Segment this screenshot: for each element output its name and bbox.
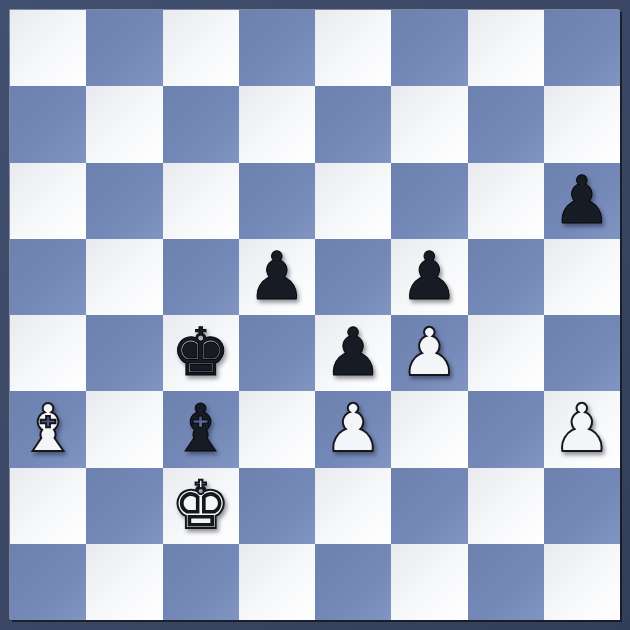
square-b6[interactable] — [86, 163, 162, 239]
white-bishop[interactable]: ♝ — [19, 391, 78, 467]
square-a7[interactable] — [10, 86, 86, 162]
square-c5[interactable] — [163, 239, 239, 315]
square-e5[interactable] — [315, 239, 391, 315]
square-a4[interactable] — [10, 315, 86, 391]
square-f3[interactable] — [391, 391, 467, 467]
square-g2[interactable] — [468, 468, 544, 544]
square-d6[interactable] — [239, 163, 315, 239]
square-e3[interactable]: ♟ — [315, 391, 391, 467]
square-f1[interactable] — [391, 544, 467, 620]
square-g3[interactable] — [468, 391, 544, 467]
square-h5[interactable] — [544, 239, 620, 315]
square-d5[interactable]: ♟ — [239, 239, 315, 315]
square-d1[interactable] — [239, 544, 315, 620]
square-c8[interactable] — [163, 10, 239, 86]
square-e4[interactable]: ♟ — [315, 315, 391, 391]
square-c2[interactable]: ♚ — [163, 468, 239, 544]
square-h1[interactable] — [544, 544, 620, 620]
square-a8[interactable] — [10, 10, 86, 86]
square-d7[interactable] — [239, 86, 315, 162]
square-c7[interactable] — [163, 86, 239, 162]
square-a2[interactable] — [10, 468, 86, 544]
black-bishop[interactable]: ♝ — [171, 391, 230, 467]
white-pawn[interactable]: ♟ — [552, 391, 611, 467]
square-g6[interactable] — [468, 163, 544, 239]
black-pawn[interactable]: ♟ — [552, 163, 611, 239]
square-f7[interactable] — [391, 86, 467, 162]
square-h6[interactable]: ♟ — [544, 163, 620, 239]
black-pawn[interactable]: ♟ — [324, 315, 383, 391]
square-g8[interactable] — [468, 10, 544, 86]
square-d8[interactable] — [239, 10, 315, 86]
square-e8[interactable] — [315, 10, 391, 86]
square-g7[interactable] — [468, 86, 544, 162]
square-h3[interactable]: ♟ — [544, 391, 620, 467]
square-e7[interactable] — [315, 86, 391, 162]
black-pawn[interactable]: ♟ — [400, 239, 459, 315]
square-f4[interactable]: ♟ — [391, 315, 467, 391]
square-b7[interactable] — [86, 86, 162, 162]
square-a1[interactable] — [10, 544, 86, 620]
square-b2[interactable] — [86, 468, 162, 544]
square-g5[interactable] — [468, 239, 544, 315]
square-h7[interactable] — [544, 86, 620, 162]
square-f8[interactable] — [391, 10, 467, 86]
black-pawn[interactable]: ♟ — [247, 239, 306, 315]
square-d4[interactable] — [239, 315, 315, 391]
square-c4[interactable]: ♚ — [163, 315, 239, 391]
square-e6[interactable] — [315, 163, 391, 239]
square-g1[interactable] — [468, 544, 544, 620]
square-d2[interactable] — [239, 468, 315, 544]
square-c3[interactable]: ♝ — [163, 391, 239, 467]
square-h8[interactable] — [544, 10, 620, 86]
white-king[interactable]: ♚ — [171, 468, 230, 544]
square-c1[interactable] — [163, 544, 239, 620]
square-f2[interactable] — [391, 468, 467, 544]
square-b5[interactable] — [86, 239, 162, 315]
square-b1[interactable] — [86, 544, 162, 620]
square-g4[interactable] — [468, 315, 544, 391]
square-f5[interactable]: ♟ — [391, 239, 467, 315]
square-a3[interactable]: ♝ — [10, 391, 86, 467]
chess-board: ♟♟♟♚♟♟♝♝♟♟♚ — [10, 10, 620, 620]
white-pawn[interactable]: ♟ — [324, 391, 383, 467]
white-pawn[interactable]: ♟ — [400, 315, 459, 391]
square-c6[interactable] — [163, 163, 239, 239]
square-f6[interactable] — [391, 163, 467, 239]
square-d3[interactable] — [239, 391, 315, 467]
square-b4[interactable] — [86, 315, 162, 391]
square-h2[interactable] — [544, 468, 620, 544]
square-b3[interactable] — [86, 391, 162, 467]
square-h4[interactable] — [544, 315, 620, 391]
square-a5[interactable] — [10, 239, 86, 315]
board-frame: ♟♟♟♚♟♟♝♝♟♟♚ — [0, 0, 630, 630]
square-e2[interactable] — [315, 468, 391, 544]
black-king[interactable]: ♚ — [171, 315, 230, 391]
square-e1[interactable] — [315, 544, 391, 620]
square-a6[interactable] — [10, 163, 86, 239]
square-b8[interactable] — [86, 10, 162, 86]
